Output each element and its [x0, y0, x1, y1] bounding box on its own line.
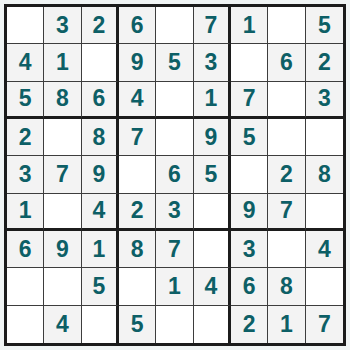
sudoku-cell-r7c8[interactable] — [268, 231, 305, 268]
sudoku-cell-r2c9[interactable]: 2 — [306, 44, 343, 81]
sudoku-cell-r4c6[interactable]: 9 — [194, 119, 231, 156]
sudoku-cell-r4c7[interactable]: 5 — [231, 119, 268, 156]
sudoku-cell-r2c2[interactable]: 1 — [44, 44, 81, 81]
sudoku-cell-r5c3[interactable]: 9 — [82, 156, 119, 193]
sudoku-cell-r3c1[interactable]: 5 — [7, 82, 44, 119]
sudoku-cell-r8c8[interactable]: 8 — [268, 268, 305, 305]
sudoku-cell-r6c6[interactable] — [194, 194, 231, 231]
sudoku-cell-r7c4[interactable]: 8 — [119, 231, 156, 268]
sudoku-cell-r6c3[interactable]: 4 — [82, 194, 119, 231]
sudoku-cell-r4c1[interactable]: 2 — [7, 119, 44, 156]
sudoku-cell-r3c5[interactable] — [156, 82, 193, 119]
sudoku-cell-r3c3[interactable]: 6 — [82, 82, 119, 119]
sudoku-cell-r2c6[interactable]: 3 — [194, 44, 231, 81]
sudoku-cell-r2c4[interactable]: 9 — [119, 44, 156, 81]
sudoku-cell-r1c6[interactable]: 7 — [194, 7, 231, 44]
sudoku-cell-r9c2[interactable]: 4 — [44, 306, 81, 343]
sudoku-cell-r1c7[interactable]: 1 — [231, 7, 268, 44]
sudoku-cell-r8c9[interactable] — [306, 268, 343, 305]
sudoku-cell-r2c5[interactable]: 5 — [156, 44, 193, 81]
sudoku-cell-r9c5[interactable] — [156, 306, 193, 343]
sudoku-cell-r4c5[interactable] — [156, 119, 193, 156]
sudoku-cell-r2c1[interactable]: 4 — [7, 44, 44, 81]
sudoku-cell-r4c3[interactable]: 8 — [82, 119, 119, 156]
sudoku-cell-r5c1[interactable]: 3 — [7, 156, 44, 193]
sudoku-cell-r6c5[interactable]: 3 — [156, 194, 193, 231]
sudoku-cell-r9c8[interactable]: 1 — [268, 306, 305, 343]
sudoku-cell-r9c1[interactable] — [7, 306, 44, 343]
sudoku-cell-r9c6[interactable] — [194, 306, 231, 343]
sudoku-board: 3267154195362586417328795379652814239769… — [4, 4, 346, 346]
sudoku-cell-r8c5[interactable]: 1 — [156, 268, 193, 305]
sudoku-cell-r7c2[interactable]: 9 — [44, 231, 81, 268]
sudoku-cell-r5c7[interactable] — [231, 156, 268, 193]
sudoku-cell-r1c5[interactable] — [156, 7, 193, 44]
sudoku-cell-r5c2[interactable]: 7 — [44, 156, 81, 193]
sudoku-cell-r8c4[interactable] — [119, 268, 156, 305]
sudoku-cell-r6c9[interactable] — [306, 194, 343, 231]
sudoku-cell-r2c7[interactable] — [231, 44, 268, 81]
sudoku-cell-r6c7[interactable]: 9 — [231, 194, 268, 231]
sudoku-cell-r6c4[interactable]: 2 — [119, 194, 156, 231]
sudoku-cell-r9c3[interactable] — [82, 306, 119, 343]
sudoku-cell-r2c8[interactable]: 6 — [268, 44, 305, 81]
sudoku-cell-r1c8[interactable] — [268, 7, 305, 44]
sudoku-cell-r5c4[interactable] — [119, 156, 156, 193]
sudoku-cell-r3c7[interactable]: 7 — [231, 82, 268, 119]
sudoku-cell-r9c7[interactable]: 2 — [231, 306, 268, 343]
sudoku-cell-r8c6[interactable]: 4 — [194, 268, 231, 305]
sudoku-cell-r1c4[interactable]: 6 — [119, 7, 156, 44]
sudoku-cell-r9c4[interactable]: 5 — [119, 306, 156, 343]
sudoku-cell-r1c1[interactable] — [7, 7, 44, 44]
sudoku-cell-r8c7[interactable]: 6 — [231, 268, 268, 305]
sudoku-cell-r6c1[interactable]: 1 — [7, 194, 44, 231]
sudoku-cell-r7c1[interactable]: 6 — [7, 231, 44, 268]
sudoku-cell-r8c3[interactable]: 5 — [82, 268, 119, 305]
sudoku-cell-r7c7[interactable]: 3 — [231, 231, 268, 268]
sudoku-cell-r4c4[interactable]: 7 — [119, 119, 156, 156]
sudoku-cell-r2c3[interactable] — [82, 44, 119, 81]
sudoku-cell-r3c6[interactable]: 1 — [194, 82, 231, 119]
sudoku-cell-r5c8[interactable]: 2 — [268, 156, 305, 193]
sudoku-cell-r3c4[interactable]: 4 — [119, 82, 156, 119]
sudoku-cell-r9c9[interactable]: 7 — [306, 306, 343, 343]
sudoku-cell-r8c1[interactable] — [7, 268, 44, 305]
sudoku-cell-r7c6[interactable] — [194, 231, 231, 268]
sudoku-cell-r5c6[interactable]: 5 — [194, 156, 231, 193]
sudoku-cell-r7c9[interactable]: 4 — [306, 231, 343, 268]
sudoku-cell-r8c2[interactable] — [44, 268, 81, 305]
sudoku-cell-r7c3[interactable]: 1 — [82, 231, 119, 268]
sudoku-cell-r7c5[interactable]: 7 — [156, 231, 193, 268]
sudoku-cell-r1c9[interactable]: 5 — [306, 7, 343, 44]
sudoku-cell-r4c2[interactable] — [44, 119, 81, 156]
sudoku-cell-r5c9[interactable]: 8 — [306, 156, 343, 193]
sudoku-cell-r3c9[interactable]: 3 — [306, 82, 343, 119]
sudoku-cell-r4c9[interactable] — [306, 119, 343, 156]
sudoku-cell-r3c8[interactable] — [268, 82, 305, 119]
sudoku-cell-r6c8[interactable]: 7 — [268, 194, 305, 231]
sudoku-cell-r5c5[interactable]: 6 — [156, 156, 193, 193]
sudoku-cell-r1c3[interactable]: 2 — [82, 7, 119, 44]
sudoku-cell-r3c2[interactable]: 8 — [44, 82, 81, 119]
sudoku-cell-r4c8[interactable] — [268, 119, 305, 156]
sudoku-cell-r6c2[interactable] — [44, 194, 81, 231]
sudoku-cell-r1c2[interactable]: 3 — [44, 7, 81, 44]
